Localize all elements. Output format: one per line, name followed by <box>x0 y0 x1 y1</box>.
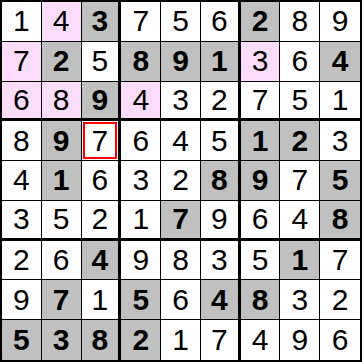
cell-r2c8[interactable]: 6 <box>280 42 320 82</box>
cell-r4c8[interactable]: 2 <box>280 121 320 161</box>
cell-r9c2[interactable]: 3 <box>42 320 82 360</box>
cell-r8c1[interactable]: 9 <box>2 280 42 320</box>
cell-r4c3[interactable]: 7 <box>82 121 122 161</box>
cell-r9c6[interactable]: 7 <box>201 320 241 360</box>
cell-r2c9[interactable]: 4 <box>320 42 360 82</box>
cell-r6c6[interactable]: 9 <box>201 201 241 241</box>
cell-r3c9[interactable]: 1 <box>320 82 360 122</box>
cell-r6c1[interactable]: 3 <box>2 201 42 241</box>
cell-r8c9[interactable]: 2 <box>320 280 360 320</box>
cell-r3c8[interactable]: 5 <box>280 82 320 122</box>
cell-r9c7[interactable]: 4 <box>241 320 281 360</box>
cell-r8c7[interactable]: 8 <box>241 280 281 320</box>
cell-r6c4[interactable]: 1 <box>121 201 161 241</box>
cell-r6c2[interactable]: 5 <box>42 201 82 241</box>
cell-r5c3[interactable]: 6 <box>82 161 122 201</box>
cell-r9c8[interactable]: 9 <box>280 320 320 360</box>
cell-r7c5[interactable]: 8 <box>161 241 201 281</box>
cell-r6c7[interactable]: 6 <box>241 201 281 241</box>
cell-r1c9[interactable]: 9 <box>320 2 360 42</box>
cell-r5c8[interactable]: 7 <box>280 161 320 201</box>
cell-r3c4[interactable]: 4 <box>121 82 161 122</box>
cell-r3c1[interactable]: 6 <box>2 82 42 122</box>
cell-r7c3[interactable]: 4 <box>82 241 122 281</box>
cell-r4c6[interactable]: 5 <box>201 121 241 161</box>
cell-r7c4[interactable]: 9 <box>121 241 161 281</box>
cell-r3c2[interactable]: 8 <box>42 82 82 122</box>
cell-r8c5[interactable]: 6 <box>161 280 201 320</box>
cell-r8c6[interactable]: 4 <box>201 280 241 320</box>
cell-r5c4[interactable]: 3 <box>121 161 161 201</box>
cell-r9c4[interactable]: 2 <box>121 320 161 360</box>
cell-r2c2[interactable]: 2 <box>42 42 82 82</box>
cell-r1c8[interactable]: 8 <box>280 2 320 42</box>
cell-r1c6[interactable]: 6 <box>201 2 241 42</box>
cell-r7c7[interactable]: 5 <box>241 241 281 281</box>
cell-r4c2[interactable]: 9 <box>42 121 82 161</box>
cell-r6c9[interactable]: 8 <box>320 201 360 241</box>
cell-r3c3[interactable]: 9 <box>82 82 122 122</box>
cell-r8c3[interactable]: 1 <box>82 280 122 320</box>
cell-r2c3[interactable]: 5 <box>82 42 122 82</box>
cell-r1c7[interactable]: 2 <box>241 2 281 42</box>
cell-r2c5[interactable]: 9 <box>161 42 201 82</box>
cell-r5c1[interactable]: 4 <box>2 161 42 201</box>
cell-r9c5[interactable]: 1 <box>161 320 201 360</box>
cell-r8c2[interactable]: 7 <box>42 280 82 320</box>
cell-r9c3[interactable]: 8 <box>82 320 122 360</box>
cell-r7c6[interactable]: 3 <box>201 241 241 281</box>
cell-r4c5[interactable]: 4 <box>161 121 201 161</box>
cell-r2c7[interactable]: 3 <box>241 42 281 82</box>
cell-r2c6[interactable]: 1 <box>201 42 241 82</box>
cell-r3c5[interactable]: 3 <box>161 82 201 122</box>
cell-r1c3[interactable]: 3 <box>82 2 122 42</box>
cell-r7c8[interactable]: 1 <box>280 241 320 281</box>
cell-r1c5[interactable]: 5 <box>161 2 201 42</box>
cell-r3c7[interactable]: 7 <box>241 82 281 122</box>
cell-r5c6[interactable]: 8 <box>201 161 241 201</box>
cell-r4c7[interactable]: 1 <box>241 121 281 161</box>
cell-r8c8[interactable]: 3 <box>280 280 320 320</box>
cell-r2c4[interactable]: 8 <box>121 42 161 82</box>
cell-r1c4[interactable]: 7 <box>121 2 161 42</box>
cell-r4c1[interactable]: 8 <box>2 121 42 161</box>
cell-r7c2[interactable]: 6 <box>42 241 82 281</box>
cell-r8c4[interactable]: 5 <box>121 280 161 320</box>
cell-r9c1[interactable]: 5 <box>2 320 42 360</box>
cell-r7c1[interactable]: 2 <box>2 241 42 281</box>
cell-r5c9[interactable]: 5 <box>320 161 360 201</box>
cell-r6c5[interactable]: 7 <box>161 201 201 241</box>
cell-r1c1[interactable]: 1 <box>2 2 42 42</box>
cell-r5c2[interactable]: 1 <box>42 161 82 201</box>
cell-r2c1[interactable]: 7 <box>2 42 42 82</box>
cell-r9c9[interactable]: 6 <box>320 320 360 360</box>
cell-r6c8[interactable]: 4 <box>280 201 320 241</box>
cell-r5c5[interactable]: 2 <box>161 161 201 201</box>
cell-r3c6[interactable]: 2 <box>201 82 241 122</box>
cell-r4c9[interactable]: 3 <box>320 121 360 161</box>
cell-r1c2[interactable]: 4 <box>42 2 82 42</box>
cell-r6c3[interactable]: 2 <box>82 201 122 241</box>
cell-r7c9[interactable]: 7 <box>320 241 360 281</box>
sudoku-board: 1437562897258913646894327518976451234163… <box>0 0 362 362</box>
cell-r5c7[interactable]: 9 <box>241 161 281 201</box>
cell-r4c4[interactable]: 6 <box>121 121 161 161</box>
